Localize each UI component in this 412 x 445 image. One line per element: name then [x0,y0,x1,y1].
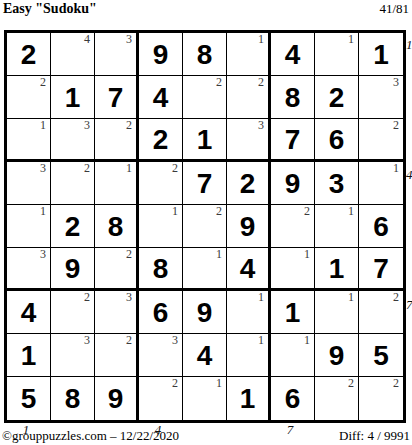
cell-r7c4[interactable]: 6 [139,291,183,334]
cell-r1c7[interactable]: 4 [271,33,315,76]
pencil-mark: 1 [258,291,264,305]
cell-r2c7[interactable]: 8 [271,76,315,119]
row-marker-4: 4 [406,167,412,183]
cell-r3c2[interactable]: 3 [51,119,95,162]
given-digit: 6 [329,126,345,154]
given-digit: 2 [21,41,37,69]
given-digit: 4 [153,84,169,112]
given-digit: 9 [329,342,345,370]
cell-r8c1[interactable]: 1 [7,334,51,377]
pencil-mark: 2 [84,291,90,305]
cell-r4c7[interactable]: 9 [271,162,315,205]
cell-r9c4[interactable]: 2 [139,377,183,420]
cell-r8c4[interactable]: 3 [139,334,183,377]
given-digit: 7 [285,126,301,154]
cell-r5c5[interactable]: 2 [183,205,227,248]
pencil-mark: 2 [348,377,354,391]
cell-r9c1[interactable]: 5 [7,377,51,420]
page-indicator: 41/81 [379,1,409,17]
pencil-mark: 2 [216,76,222,90]
cell-r3c8[interactable]: 6 [315,119,359,162]
pencil-mark: 1 [304,334,310,348]
cell-r5c9[interactable]: 6 [359,205,403,248]
given-digit: 5 [373,342,389,370]
pencil-mark: 1 [172,205,178,219]
cell-r7c5[interactable]: 9 [183,291,227,334]
given-digit: 1 [329,255,345,283]
cell-r2c8[interactable]: 2 [315,76,359,119]
cell-r4c8[interactable]: 3 [315,162,359,205]
cell-r9c5[interactable]: 1 [183,377,227,420]
given-digit: 4 [197,342,213,370]
cell-r9c2[interactable]: 8 [51,377,95,420]
cell-r3c7[interactable]: 7 [271,119,315,162]
cell-r4c6[interactable]: 2 [227,162,271,205]
pencil-mark: 2 [84,162,90,176]
pencil-mark: 2 [393,377,399,391]
cell-r2c9[interactable]: 3 [359,76,403,119]
cell-r3c3[interactable]: 2 [95,119,139,162]
given-digit: 6 [153,299,169,327]
cell-r6c2[interactable]: 9 [51,248,95,291]
cell-r2c1[interactable]: 2 [7,76,51,119]
cell-r6c9[interactable]: 7 [359,248,403,291]
cell-r9c7[interactable]: 6 [271,377,315,420]
cell-r5c1[interactable]: 1 [7,205,51,248]
pencil-mark: 2 [393,119,399,133]
cell-r7c7[interactable]: 1 [271,291,315,334]
given-digit: 4 [21,299,37,327]
cell-r2c3[interactable]: 7 [95,76,139,119]
given-digit: 2 [153,126,169,154]
given-digit: 2 [329,84,345,112]
cell-r7c9[interactable]: 2 [359,291,403,334]
pencil-mark: 3 [84,334,90,348]
copyright-date: ©grouppuzzles.com – 12/22/2020 [2,428,179,444]
pencil-mark: 2 [126,248,132,262]
cell-r8c8[interactable]: 9 [315,334,359,377]
pencil-mark: 3 [40,162,46,176]
cell-r3c5[interactable]: 1 [183,119,227,162]
pencil-mark: 1 [40,119,46,133]
given-digit: 5 [21,385,37,413]
given-digit: 8 [197,41,213,69]
cell-r6c7[interactable]: 1 [271,248,315,291]
cell-r6c3[interactable]: 2 [95,248,139,291]
cell-r9c6[interactable]: 1 [227,377,271,420]
cell-r1c9[interactable]: 1 [359,33,403,76]
given-digit: 7 [373,255,389,283]
given-digit: 8 [285,84,301,112]
cell-r8c7[interactable]: 1 [271,334,315,377]
given-digit: 3 [329,170,345,198]
pencil-mark: 1 [304,248,310,262]
cell-r1c6[interactable]: 1 [227,33,271,76]
pencil-mark: 2 [258,76,264,90]
cell-r2c2[interactable]: 1 [51,76,95,119]
pencil-mark: 1 [258,33,264,47]
row-marker-1: 1 [406,37,412,53]
given-digit: 9 [108,385,124,413]
given-digit: 6 [285,385,301,413]
cell-r4c9[interactable]: 1 [359,162,403,205]
pencil-mark: 1 [348,291,354,305]
given-digit: 1 [197,126,213,154]
given-digit: 9 [240,213,256,241]
pencil-mark: 2 [40,76,46,90]
given-digit: 1 [373,41,389,69]
cell-r5c8[interactable]: 1 [315,205,359,248]
cell-r5c4[interactable]: 1 [139,205,183,248]
pencil-mark: 4 [84,33,90,47]
given-digit: 4 [240,255,256,283]
cell-r8c5[interactable]: 4 [183,334,227,377]
given-digit: 4 [285,41,301,69]
cell-r3c1[interactable]: 1 [7,119,51,162]
cell-r4c1[interactable]: 3 [7,162,51,205]
cell-r6c4[interactable]: 8 [139,248,183,291]
given-digit: 9 [153,41,169,69]
pencil-mark: 1 [126,162,132,176]
pencil-mark: 3 [126,33,132,47]
cell-r9c9[interactable]: 2 [359,377,403,420]
difficulty-label: Diff: 4 / 9991 [339,428,410,444]
pencil-mark: 1 [258,334,264,348]
page-title: Easy "Sudoku" [3,1,97,17]
given-digit: 6 [373,213,389,241]
given-digit: 7 [197,170,213,198]
cell-r5c2[interactable]: 2 [51,205,95,248]
cell-r1c8[interactable]: 1 [315,33,359,76]
pencil-mark: 1 [216,377,222,391]
cell-r2c6[interactable]: 2 [227,76,271,119]
cell-r7c1[interactable]: 4 [7,291,51,334]
cell-r6c6[interactable]: 4 [227,248,271,291]
cell-r4c2[interactable]: 2 [51,162,95,205]
cell-r1c4[interactable]: 9 [139,33,183,76]
cell-r8c6[interactable]: 1 [227,334,271,377]
cell-r7c3[interactable]: 3 [95,291,139,334]
given-digit: 8 [153,255,169,283]
cell-r3c9[interactable]: 2 [359,119,403,162]
cell-r5c3[interactable]: 8 [95,205,139,248]
cell-r7c2[interactable]: 2 [51,291,95,334]
given-digit: 9 [65,255,81,283]
pencil-mark: 3 [172,334,178,348]
given-digit: 2 [240,170,256,198]
pencil-mark: 1 [393,162,399,176]
cell-r8c3[interactable]: 2 [95,334,139,377]
pencil-mark: 2 [126,334,132,348]
given-digit: 8 [108,213,124,241]
pencil-mark: 2 [393,291,399,305]
given-digit: 9 [197,299,213,327]
pencil-mark: 3 [258,119,264,133]
cell-r3c6[interactable]: 3 [227,119,271,162]
cell-r6c1[interactable]: 3 [7,248,51,291]
cell-r6c5[interactable]: 1 [183,248,227,291]
col-marker-7: 7 [268,422,312,438]
pencil-mark: 2 [304,205,310,219]
cell-r4c4[interactable]: 2 [139,162,183,205]
given-digit: 2 [65,213,81,241]
given-digit: 9 [285,170,301,198]
cell-r2c4[interactable]: 4 [139,76,183,119]
pencil-mark: 1 [348,33,354,47]
given-digit: 1 [285,299,301,327]
pencil-mark: 2 [172,162,178,176]
pencil-mark: 3 [126,291,132,305]
cell-r4c3[interactable]: 1 [95,162,139,205]
pencil-mark: 2 [126,119,132,133]
pencil-mark: 1 [40,205,46,219]
cell-r7c6[interactable]: 1 [227,291,271,334]
cell-r5c6[interactable]: 9 [227,205,271,248]
given-digit: 7 [108,84,124,112]
given-digit: 1 [65,84,81,112]
pencil-mark: 1 [348,205,354,219]
given-digit: 8 [65,385,81,413]
pencil-mark: 3 [84,119,90,133]
cell-r5c7[interactable]: 2 [271,205,315,248]
pencil-mark: 2 [216,205,222,219]
cell-r1c5[interactable]: 8 [183,33,227,76]
pencil-mark: 3 [393,76,399,90]
sudoku-grid: 2439814112174228231322137623212729311281… [4,30,406,423]
cell-r8c9[interactable]: 5 [359,334,403,377]
cell-r9c8[interactable]: 2 [315,377,359,420]
cell-r7c8[interactable]: 1 [315,291,359,334]
cell-r1c2[interactable]: 4 [51,33,95,76]
cell-r8c2[interactable]: 3 [51,334,95,377]
given-digit: 1 [21,342,37,370]
cell-r2c5[interactable]: 2 [183,76,227,119]
cell-r1c1[interactable]: 2 [7,33,51,76]
pencil-mark: 1 [216,248,222,262]
cell-r1c3[interactable]: 3 [95,33,139,76]
cell-r6c8[interactable]: 1 [315,248,359,291]
row-marker-7: 7 [406,297,412,313]
pencil-mark: 2 [172,377,178,391]
given-digit: 1 [240,385,256,413]
pencil-mark: 3 [40,248,46,262]
cell-r3c4[interactable]: 2 [139,119,183,162]
cell-r9c3[interactable]: 9 [95,377,139,420]
cell-r4c5[interactable]: 7 [183,162,227,205]
